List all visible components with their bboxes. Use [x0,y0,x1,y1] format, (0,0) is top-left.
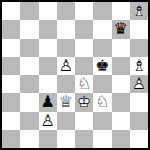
square-h5[interactable]: ♝♗ [130,57,148,75]
square-e1[interactable] [75,130,93,148]
square-e2[interactable] [75,112,93,130]
white-pawn-glyph: ♙ [132,76,146,92]
square-f8[interactable] [93,2,111,20]
black-pawn-glyph: ♟ [40,94,54,110]
square-h3[interactable] [130,93,148,111]
white-knight-glyph: ♘ [77,76,91,92]
square-g4[interactable] [112,75,130,93]
square-c5[interactable] [39,57,57,75]
square-c6[interactable] [39,39,57,57]
square-a4[interactable] [2,75,20,93]
square-e3[interactable]: ♚♔ [75,93,93,111]
square-e7[interactable] [75,20,93,38]
white-bishop-glyph: ♗ [132,58,146,74]
square-g8[interactable] [112,2,130,20]
square-g6[interactable] [112,39,130,57]
white-pawn: ♟♙ [57,57,75,75]
square-f5[interactable]: ♚ [93,57,111,75]
square-a5[interactable] [2,57,20,75]
square-a7[interactable] [2,20,20,38]
white-pawn-glyph: ♙ [40,113,54,129]
square-f6[interactable] [93,39,111,57]
square-b1[interactable] [20,130,38,148]
square-d5[interactable]: ♟♙ [57,57,75,75]
square-c1[interactable] [39,130,57,148]
chess-board: ♝♗♛♟♙♚♝♗♞♘♟♙♟♛♕♚♔♞♘♟♙ [0,0,150,150]
square-g3[interactable] [112,93,130,111]
square-a2[interactable] [2,112,20,130]
square-d3[interactable]: ♛♕ [57,93,75,111]
square-h6[interactable] [130,39,148,57]
square-d1[interactable] [57,130,75,148]
white-king: ♚♔ [75,93,93,111]
square-h8[interactable]: ♝♗ [130,2,148,20]
square-g1[interactable] [112,130,130,148]
square-a6[interactable] [2,39,20,57]
square-f2[interactable] [93,112,111,130]
square-h1[interactable] [130,130,148,148]
square-f4[interactable] [93,75,111,93]
black-king-glyph: ♚ [95,58,109,74]
square-b7[interactable] [20,20,38,38]
square-c4[interactable] [39,75,57,93]
square-e4[interactable]: ♞♘ [75,75,93,93]
white-king-glyph: ♔ [77,94,91,110]
square-b3[interactable] [20,93,38,111]
square-g5[interactable] [112,57,130,75]
square-f3[interactable]: ♞♘ [93,93,111,111]
square-a1[interactable] [2,130,20,148]
square-f1[interactable] [93,130,111,148]
white-knight-glyph: ♘ [95,94,109,110]
square-e8[interactable] [75,2,93,20]
white-knight: ♞♘ [93,93,111,111]
square-b6[interactable] [20,39,38,57]
black-queen: ♛ [112,20,130,38]
square-h2[interactable] [130,112,148,130]
square-f7[interactable] [93,20,111,38]
square-e6[interactable] [75,39,93,57]
white-bishop: ♝♗ [130,57,148,75]
white-bishop: ♝♗ [130,2,148,20]
square-d2[interactable] [57,112,75,130]
square-d4[interactable] [57,75,75,93]
square-c2[interactable]: ♟♙ [39,112,57,130]
square-a3[interactable] [2,93,20,111]
white-bishop-glyph: ♗ [132,3,146,19]
black-pawn: ♟ [39,93,57,111]
square-b8[interactable] [20,2,38,20]
white-pawn: ♟♙ [130,75,148,93]
white-knight: ♞♘ [75,75,93,93]
square-b2[interactable] [20,112,38,130]
white-queen: ♛♕ [57,93,75,111]
square-g2[interactable] [112,112,130,130]
square-g7[interactable]: ♛ [112,20,130,38]
square-b5[interactable] [20,57,38,75]
square-a8[interactable] [2,2,20,20]
black-queen-glyph: ♛ [113,21,127,37]
square-c3[interactable]: ♟ [39,93,57,111]
square-h4[interactable]: ♟♙ [130,75,148,93]
white-pawn-glyph: ♙ [59,58,73,74]
square-d8[interactable] [57,2,75,20]
square-h7[interactable] [130,20,148,38]
white-queen-glyph: ♕ [59,94,73,110]
square-b4[interactable] [20,75,38,93]
black-king: ♚ [93,57,111,75]
square-d6[interactable] [57,39,75,57]
white-pawn: ♟♙ [39,112,57,130]
square-c7[interactable] [39,20,57,38]
square-c8[interactable] [39,2,57,20]
square-e5[interactable] [75,57,93,75]
square-d7[interactable] [57,20,75,38]
